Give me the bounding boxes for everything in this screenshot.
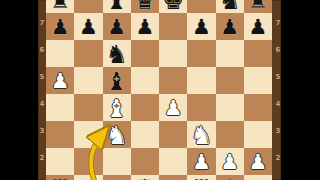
square-b6[interactable] — [74, 40, 102, 67]
square-g1[interactable]: ♚ — [216, 175, 244, 180]
piece-white-pawn: ♟ — [220, 152, 239, 173]
rank-label-left-7: 7 — [38, 19, 46, 27]
square-a6[interactable] — [46, 40, 74, 67]
square-h4[interactable] — [244, 94, 272, 121]
square-h2[interactable]: ♟ — [244, 148, 272, 175]
piece-black-pawn: ♟ — [248, 17, 267, 38]
square-e2[interactable] — [159, 148, 187, 175]
square-e8[interactable]: ♚ — [159, 0, 187, 13]
piece-black-bishop: ♝ — [105, 69, 127, 94]
square-f2[interactable]: ♟ — [187, 148, 215, 175]
square-h8[interactable]: ♜ — [244, 0, 272, 13]
chess-board: ♜♝♛♚♞♜♟♟♟♟♟♟♟♞♟♝♝♟♞♞♟♟♟♜♛♜♚ — [46, 0, 272, 180]
square-h1[interactable] — [244, 175, 272, 180]
square-b8[interactable] — [74, 0, 102, 13]
square-f5[interactable] — [187, 67, 215, 94]
square-c8[interactable]: ♝ — [103, 0, 131, 13]
rank-label-right-6: 6 — [274, 46, 282, 54]
piece-black-rook: ♜ — [50, 0, 71, 12]
piece-white-queen: ♛ — [134, 177, 156, 180]
square-d8[interactable]: ♛ — [131, 0, 159, 13]
piece-black-king: ♚ — [162, 0, 184, 13]
square-g6[interactable] — [216, 40, 244, 67]
rank-label-right-3: 3 — [274, 127, 282, 135]
square-f3[interactable]: ♞ — [187, 121, 215, 148]
square-c5[interactable]: ♝ — [103, 67, 131, 94]
square-e3[interactable] — [159, 121, 187, 148]
square-f8[interactable] — [187, 0, 215, 13]
square-d2[interactable] — [131, 148, 159, 175]
piece-white-bishop: ♝ — [105, 96, 127, 121]
rank-label-left-2: 2 — [38, 154, 46, 162]
square-h3[interactable] — [244, 121, 272, 148]
piece-black-queen: ♛ — [134, 0, 156, 13]
square-d6[interactable] — [131, 40, 159, 67]
square-a4[interactable] — [46, 94, 74, 121]
square-b7[interactable]: ♟ — [74, 13, 102, 40]
square-f4[interactable] — [187, 94, 215, 121]
piece-black-knight: ♞ — [218, 0, 240, 13]
square-e4[interactable]: ♟ — [159, 94, 187, 121]
square-g4[interactable] — [216, 94, 244, 121]
piece-black-pawn: ♟ — [192, 17, 211, 38]
square-g5[interactable] — [216, 67, 244, 94]
rank-label-right-5: 5 — [274, 73, 282, 81]
rank-label-left-5: 5 — [38, 73, 46, 81]
piece-black-knight: ♞ — [105, 42, 127, 67]
square-e7[interactable] — [159, 13, 187, 40]
piece-white-king: ♚ — [218, 177, 240, 180]
piece-black-pawn: ♟ — [51, 17, 70, 38]
piece-white-knight: ♞ — [105, 123, 127, 148]
square-b2[interactable] — [74, 148, 102, 175]
rank-label-right-7: 7 — [274, 19, 282, 27]
square-g3[interactable] — [216, 121, 244, 148]
square-h7[interactable]: ♟ — [244, 13, 272, 40]
square-f6[interactable] — [187, 40, 215, 67]
rank-label-right-4: 4 — [274, 100, 282, 108]
square-e6[interactable] — [159, 40, 187, 67]
piece-white-pawn: ♟ — [51, 71, 70, 92]
piece-white-pawn: ♟ — [248, 152, 267, 173]
square-a5[interactable]: ♟ — [46, 67, 74, 94]
square-d5[interactable] — [131, 67, 159, 94]
square-d4[interactable] — [131, 94, 159, 121]
rank-label-left-6: 6 — [38, 46, 46, 54]
square-a7[interactable]: ♟ — [46, 13, 74, 40]
piece-white-rook: ♜ — [191, 178, 212, 180]
square-c4[interactable]: ♝ — [103, 94, 131, 121]
piece-black-pawn: ♟ — [107, 17, 126, 38]
square-g2[interactable]: ♟ — [216, 148, 244, 175]
square-b4[interactable] — [74, 94, 102, 121]
piece-black-bishop: ♝ — [105, 0, 127, 13]
square-c2[interactable] — [103, 148, 131, 175]
piece-black-pawn: ♟ — [220, 17, 239, 38]
square-b5[interactable] — [74, 67, 102, 94]
rank-label-left-4: 4 — [38, 100, 46, 108]
square-f7[interactable]: ♟ — [187, 13, 215, 40]
piece-white-rook: ♜ — [50, 178, 71, 180]
piece-white-pawn: ♟ — [164, 98, 183, 119]
piece-black-rook: ♜ — [248, 0, 269, 12]
piece-black-pawn: ♟ — [79, 17, 98, 38]
square-c3[interactable]: ♞ — [103, 121, 131, 148]
square-e1[interactable] — [159, 175, 187, 180]
square-d7[interactable]: ♟ — [131, 13, 159, 40]
square-h6[interactable] — [244, 40, 272, 67]
square-b1[interactable] — [74, 175, 102, 180]
square-b3[interactable] — [74, 121, 102, 148]
piece-white-pawn: ♟ — [192, 152, 211, 173]
rank-label-right-2: 2 — [274, 154, 282, 162]
piece-white-knight: ♞ — [190, 123, 212, 148]
square-c1[interactable] — [103, 175, 131, 180]
square-f1[interactable]: ♜ — [187, 175, 215, 180]
chess-video-frame: ♜♝♛♚♞♜♟♟♟♟♟♟♟♞♟♝♝♟♞♞♟♟♟♜♛♜♚ 765432765432 — [0, 0, 320, 180]
square-d3[interactable] — [131, 121, 159, 148]
square-a1[interactable]: ♜ — [46, 175, 74, 180]
square-h5[interactable] — [244, 67, 272, 94]
square-g8[interactable]: ♞ — [216, 0, 244, 13]
square-g7[interactable]: ♟ — [216, 13, 244, 40]
square-c7[interactable]: ♟ — [103, 13, 131, 40]
square-d1[interactable]: ♛ — [131, 175, 159, 180]
piece-black-pawn: ♟ — [135, 17, 154, 38]
rank-label-left-3: 3 — [38, 127, 46, 135]
square-a8[interactable]: ♜ — [46, 0, 74, 13]
square-c6[interactable]: ♞ — [103, 40, 131, 67]
square-a3[interactable] — [46, 121, 74, 148]
square-a2[interactable] — [46, 148, 74, 175]
square-e5[interactable] — [159, 67, 187, 94]
